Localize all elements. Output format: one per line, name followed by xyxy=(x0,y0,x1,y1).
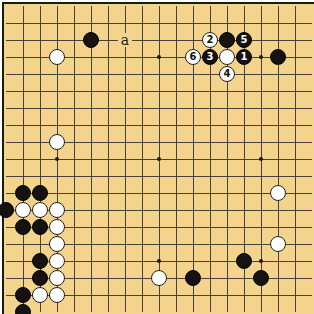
white-stone: 4 xyxy=(219,66,235,82)
move-number: 4 xyxy=(224,69,231,79)
grid-line-horizontal xyxy=(6,193,312,194)
board-frame: a256314 xyxy=(2,2,314,314)
white-stone xyxy=(32,202,48,218)
white-stone xyxy=(49,253,65,269)
black-stone xyxy=(15,185,31,201)
black-stone: 5 xyxy=(236,32,252,48)
black-stone xyxy=(253,270,269,286)
black-stone xyxy=(185,270,201,286)
move-number: 2 xyxy=(207,35,214,45)
grid-line-horizontal xyxy=(6,176,312,177)
move-number: 1 xyxy=(241,52,248,62)
go-board[interactable]: a256314 xyxy=(0,0,314,314)
move-number: 6 xyxy=(190,52,197,62)
black-stone: 3 xyxy=(202,49,218,65)
black-stone xyxy=(32,270,48,286)
black-stone xyxy=(32,219,48,235)
white-stone xyxy=(270,185,286,201)
black-stone xyxy=(15,287,31,303)
star-point xyxy=(55,157,59,161)
white-stone xyxy=(49,236,65,252)
star-point xyxy=(157,259,161,263)
white-stone xyxy=(49,287,65,303)
black-stone xyxy=(219,32,235,48)
white-stone: 2 xyxy=(202,32,218,48)
white-stone: 6 xyxy=(185,49,201,65)
black-stone xyxy=(270,49,286,65)
white-stone xyxy=(151,270,167,286)
white-stone xyxy=(49,49,65,65)
black-stone xyxy=(0,202,14,218)
black-stone xyxy=(15,304,31,314)
white-stone xyxy=(219,49,235,65)
star-point xyxy=(259,157,263,161)
white-stone xyxy=(270,236,286,252)
black-stone xyxy=(236,253,252,269)
black-stone xyxy=(15,219,31,235)
black-stone xyxy=(32,253,48,269)
move-number: 3 xyxy=(207,52,214,62)
move-number: 5 xyxy=(241,35,248,45)
star-point xyxy=(259,55,263,59)
white-stone xyxy=(49,270,65,286)
white-stone xyxy=(32,287,48,303)
white-stone xyxy=(49,219,65,235)
star-point xyxy=(157,55,161,59)
white-stone xyxy=(49,202,65,218)
grid-line-vertical xyxy=(295,6,296,312)
black-stone xyxy=(32,185,48,201)
star-point xyxy=(157,157,161,161)
black-stone: 1 xyxy=(236,49,252,65)
grid-line-vertical xyxy=(176,6,177,312)
black-stone xyxy=(83,32,99,48)
white-stone xyxy=(15,202,31,218)
point-label: a xyxy=(118,33,132,47)
white-stone xyxy=(49,134,65,150)
star-point xyxy=(259,259,263,263)
